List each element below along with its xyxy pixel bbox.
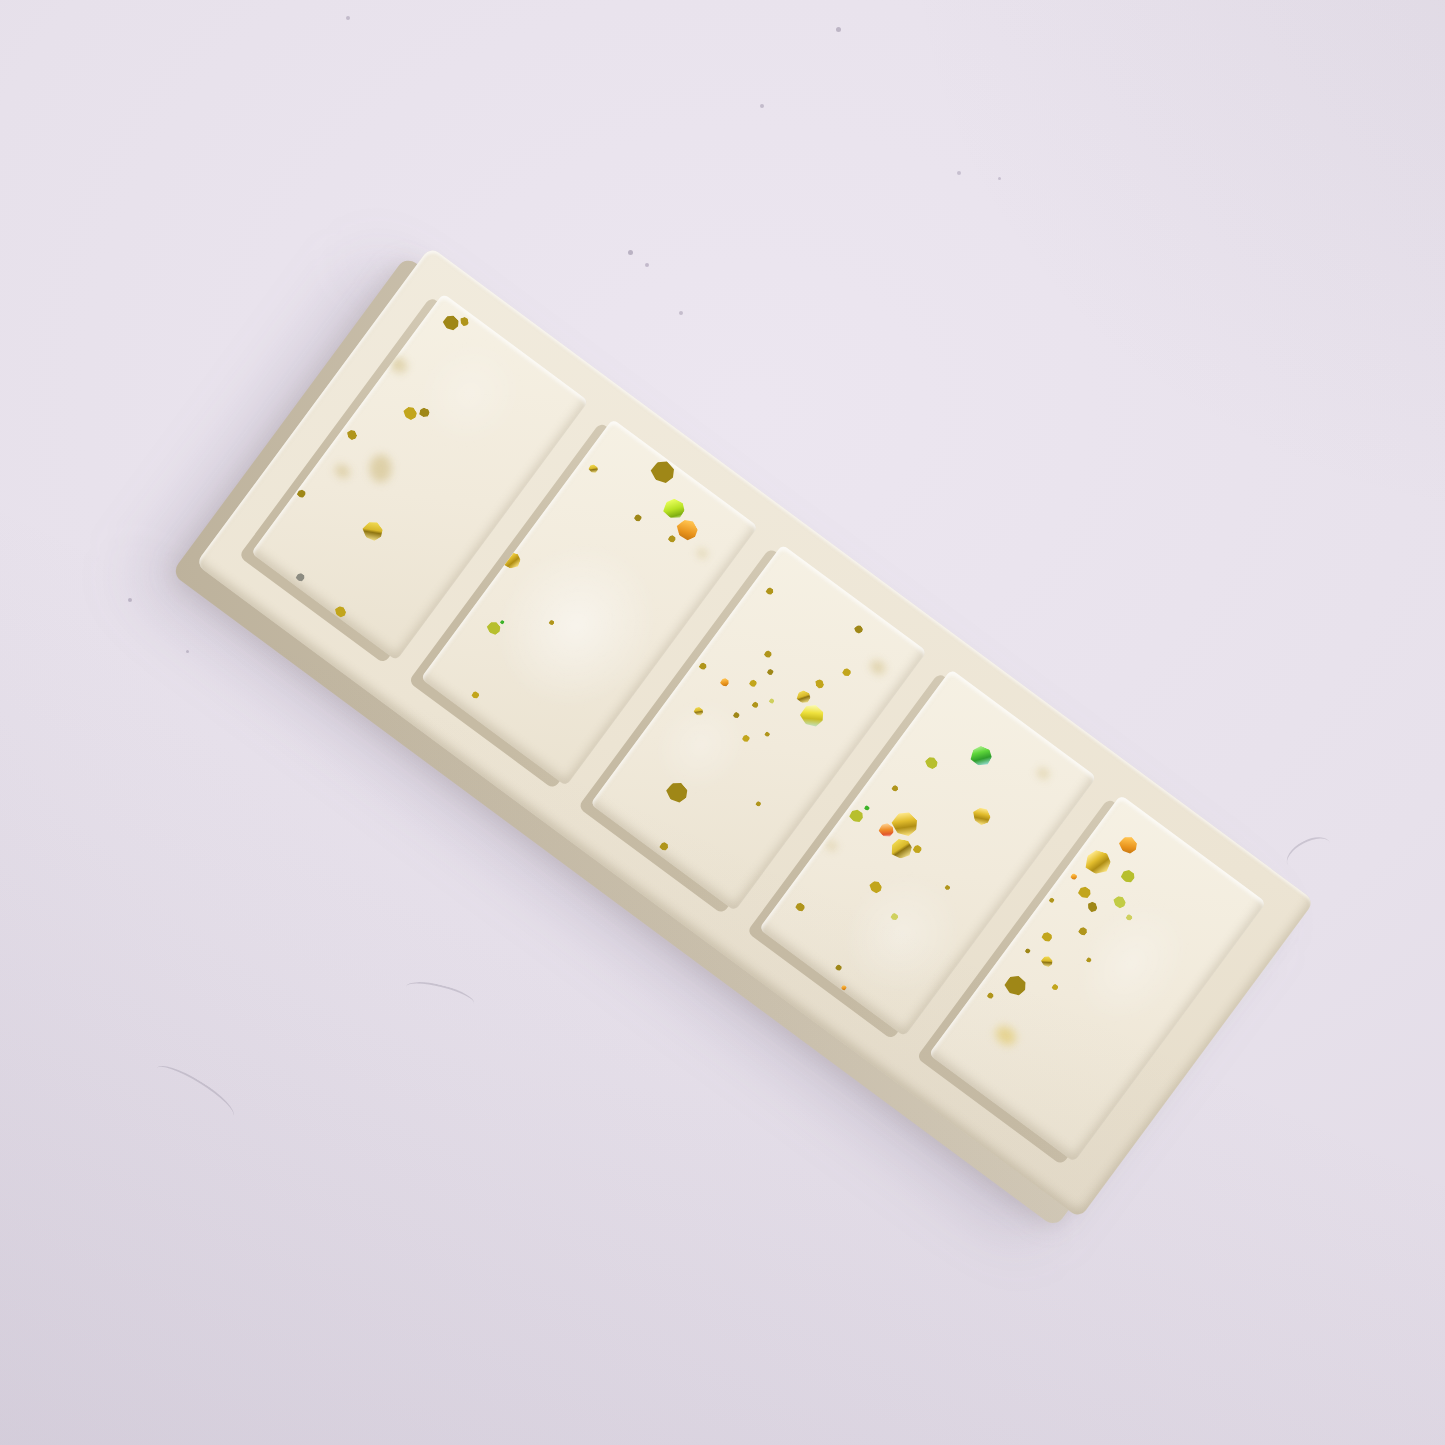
glitter-flake xyxy=(1040,930,1053,943)
glitter-flake xyxy=(795,688,812,705)
glitter-flake xyxy=(888,807,921,840)
glitter-flake xyxy=(986,991,994,999)
glitter-flake xyxy=(1087,900,1098,912)
glitter-flake xyxy=(658,840,669,851)
wax-stain xyxy=(1036,766,1051,780)
glitter-flake xyxy=(1024,947,1031,954)
glitter-flake xyxy=(295,571,306,582)
glitter-flake xyxy=(661,495,688,521)
glitter-flake xyxy=(764,730,771,737)
surface-speck xyxy=(186,650,189,653)
surface-speck xyxy=(998,177,1001,180)
glitter-flake xyxy=(1077,925,1088,936)
glitter-flake xyxy=(890,838,913,861)
wax-sheen xyxy=(364,293,576,501)
glitter-flake xyxy=(587,462,599,474)
glitter-flake xyxy=(296,488,307,499)
glitter-flake xyxy=(402,404,419,421)
glitter-flake xyxy=(765,586,775,596)
wax-snap-bar xyxy=(195,246,1314,1218)
glitter-flake xyxy=(1040,953,1055,968)
glitter-flake xyxy=(848,807,866,824)
glitter-flake xyxy=(768,697,775,704)
glitter-flake xyxy=(853,623,864,634)
surface-speck xyxy=(957,171,961,175)
glitter-flake xyxy=(890,911,900,921)
glitter-flake xyxy=(841,666,852,677)
glitter-flake xyxy=(924,755,940,771)
glitter-flake xyxy=(1125,913,1133,921)
glitter-flake xyxy=(440,312,460,333)
glitter-flake xyxy=(755,800,762,807)
glitter-flake xyxy=(763,649,773,659)
wax-stain xyxy=(825,840,838,852)
glitter-flake xyxy=(863,804,870,811)
glitter-flake xyxy=(471,690,481,700)
glitter-flake xyxy=(418,406,431,418)
glitter-flake xyxy=(1112,894,1127,910)
glitter-flake xyxy=(1085,956,1092,963)
glitter-flake xyxy=(766,667,774,675)
glitter-flake xyxy=(485,619,502,637)
glitter-flake xyxy=(1002,972,1030,1000)
wax-stain xyxy=(332,462,352,481)
surface-fiber xyxy=(404,977,477,1013)
glitter-flake xyxy=(499,619,505,625)
glitter-flake xyxy=(693,705,705,717)
wax-stain xyxy=(370,454,393,483)
surface-speck xyxy=(760,104,764,108)
glitter-flake xyxy=(912,843,923,854)
glitter-flake xyxy=(698,661,708,671)
glitter-flake xyxy=(667,534,677,544)
glitter-flake xyxy=(1051,983,1059,991)
wax-stain xyxy=(696,546,709,558)
photo-scene xyxy=(0,0,1445,1445)
glitter-flake xyxy=(664,778,691,806)
glitter-flake xyxy=(1070,872,1078,880)
glitter-flake xyxy=(841,984,848,991)
glitter-flake xyxy=(814,678,824,689)
glitter-flake xyxy=(971,805,992,827)
surface-speck xyxy=(836,27,841,32)
glitter-flake xyxy=(1083,847,1113,876)
glitter-flake xyxy=(1076,884,1092,900)
glitter-flake xyxy=(794,901,806,913)
glitter-flake xyxy=(460,316,470,327)
glitter-flake xyxy=(1117,833,1140,856)
surface-fiber xyxy=(150,1058,239,1126)
glitter-flake xyxy=(633,513,643,523)
surface-speck xyxy=(346,16,350,20)
glitter-flake xyxy=(741,733,751,743)
glitter-flake xyxy=(944,884,951,891)
glitter-flake xyxy=(748,678,758,688)
glitter-flake xyxy=(868,878,884,894)
glitter-flake xyxy=(834,963,842,971)
glitter-flake xyxy=(751,700,759,708)
glitter-flake xyxy=(797,700,827,730)
surface-speck xyxy=(679,311,683,315)
glitter-flake xyxy=(334,604,348,618)
glitter-flake xyxy=(346,428,358,441)
glitter-flake xyxy=(360,517,386,543)
glitter-flake xyxy=(548,619,555,626)
surface-fiber xyxy=(1281,830,1337,877)
glitter-flake xyxy=(648,456,678,486)
glitter-flake xyxy=(732,711,740,719)
surface-speck xyxy=(128,598,132,602)
glitter-flake xyxy=(674,516,700,543)
glitter-flake xyxy=(1048,896,1055,903)
wax-stain xyxy=(868,657,888,676)
glitter-flake xyxy=(969,743,995,769)
glitter-flake xyxy=(891,784,899,792)
wax-stain xyxy=(992,1021,1020,1048)
glitter-flake xyxy=(1119,867,1137,884)
surface-speck xyxy=(645,263,649,267)
glitter-flake xyxy=(719,676,730,687)
surface-speck xyxy=(628,250,633,255)
